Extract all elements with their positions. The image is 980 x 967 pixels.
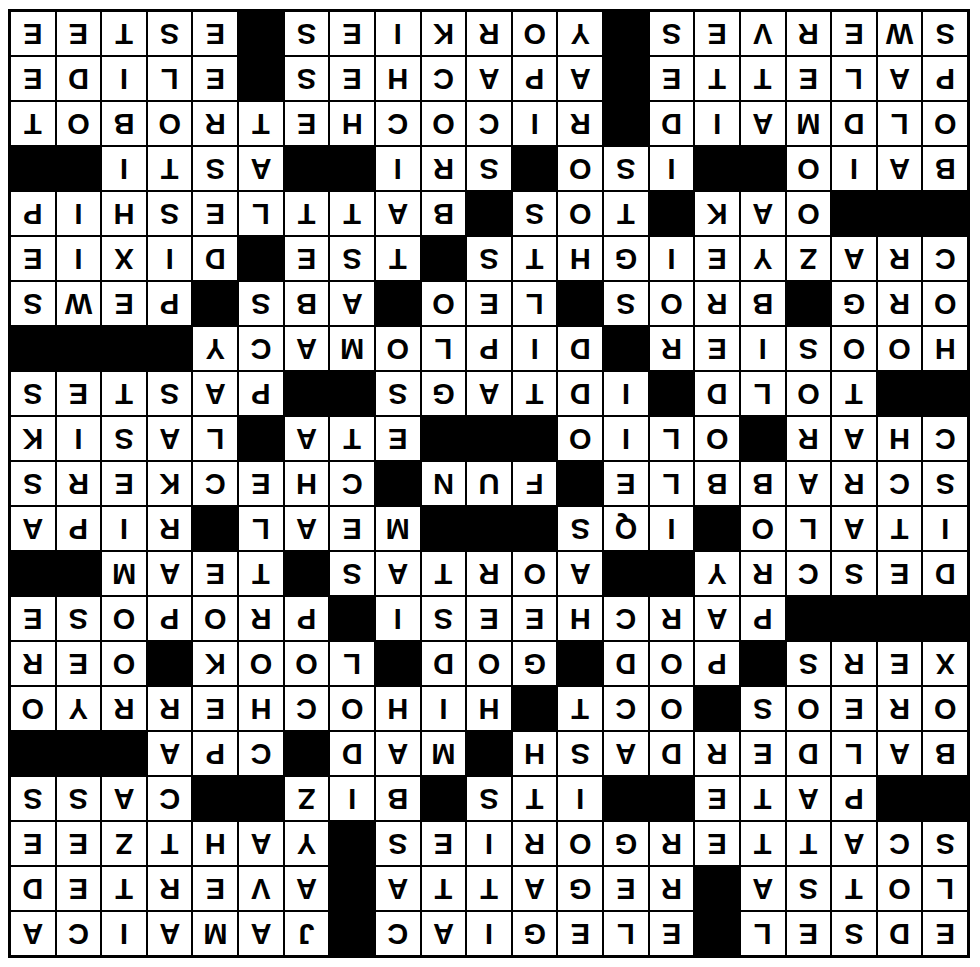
letter-cell: S [786,641,832,686]
letter-cell: E [603,461,649,506]
black-square [284,371,330,416]
black-square [694,866,740,911]
letter-cell: B [101,101,147,146]
letter-cell: S [786,866,832,911]
black-square [284,146,330,191]
black-square [329,596,375,641]
letter-cell: L [649,416,695,461]
letter-cell: R [147,686,193,731]
letter-cell: P [831,776,877,821]
letter-cell: A [192,371,238,416]
letter-cell: A [101,776,147,821]
letter-cell: C [284,686,330,731]
black-square [421,776,467,821]
letter-cell: V [238,866,284,911]
letter-cell: A [877,146,923,191]
letter-cell: Z [101,821,147,866]
letter-cell: R [238,596,284,641]
letter-cell: A [786,461,832,506]
letter-cell: A [740,101,786,146]
black-square [466,191,512,236]
letter-cell: T [466,866,512,911]
letter-cell: L [877,101,923,146]
letter-cell: I [649,236,695,281]
letter-cell: L [831,731,877,776]
letter-cell: A [466,56,512,101]
letter-cell: S [147,191,193,236]
letter-cell: M [786,101,832,146]
letter-cell: Q [603,506,649,551]
letter-cell: T [740,776,786,821]
letter-cell: R [192,101,238,146]
black-square [147,641,193,686]
letter-cell: S [922,461,968,506]
letter-cell: O [56,101,102,146]
letter-cell: A [512,866,558,911]
letter-cell: E [192,686,238,731]
letter-cell: C [877,821,923,866]
letter-cell: O [922,686,968,731]
letter-cell: W [56,281,102,326]
letter-cell: S [922,11,968,56]
letter-cell: Y [694,551,740,596]
letter-cell: O [877,326,923,371]
black-square [101,731,147,776]
letter-cell: S [329,551,375,596]
letter-cell: T [512,371,558,416]
letter-cell: O [922,281,968,326]
letter-cell: G [603,821,649,866]
letter-cell: O [512,551,558,596]
black-square [557,461,603,506]
letter-cell: O [375,326,421,371]
letter-cell: O [238,641,284,686]
letter-cell: G [603,236,649,281]
black-square [10,326,56,371]
letter-cell: A [375,191,421,236]
letter-cell: O [512,11,558,56]
black-square [421,416,467,461]
letter-cell: R [786,416,832,461]
letter-cell: S [922,821,968,866]
letter-cell: E [56,641,102,686]
letter-cell: R [101,686,147,731]
letter-cell: O [192,596,238,641]
letter-cell: E [694,11,740,56]
letter-cell: F [512,461,558,506]
black-square [877,776,923,821]
black-square [922,371,968,416]
letter-cell: R [466,551,512,596]
letter-cell: E [10,821,56,866]
letter-cell: I [101,146,147,191]
letter-cell: M [421,731,467,776]
black-square [10,551,56,596]
letter-cell: O [786,371,832,416]
letter-cell: O [786,191,832,236]
letter-cell: H [512,731,558,776]
letter-cell: E [329,11,375,56]
letter-cell: Z [786,236,832,281]
letter-cell: E [694,821,740,866]
black-square [192,281,238,326]
letter-cell: X [922,641,968,686]
letter-cell: D [421,641,467,686]
letter-cell: M [375,506,421,551]
letter-cell: R [147,506,193,551]
black-square [329,821,375,866]
black-square [694,686,740,731]
letter-cell: S [147,11,193,56]
letter-cell: S [466,236,512,281]
letter-cell: T [329,416,375,461]
letter-cell: S [238,281,284,326]
letter-cell: R [512,821,558,866]
letter-cell: I [512,326,558,371]
black-square [831,596,877,641]
letter-cell: A [147,551,193,596]
letter-cell: T [786,821,832,866]
black-square [192,776,238,821]
letter-cell: M [192,911,238,956]
letter-cell: A [147,731,193,776]
letter-cell: R [649,326,695,371]
letter-cell: E [192,551,238,596]
letter-cell: E [557,911,603,956]
letter-cell: S [557,731,603,776]
letter-cell: P [10,191,56,236]
letter-cell: A [284,506,330,551]
letter-cell: E [466,596,512,641]
letter-cell: L [192,416,238,461]
black-square [238,56,284,101]
letter-cell: A [238,821,284,866]
letter-cell: R [557,101,603,146]
letter-cell: O [101,596,147,641]
letter-cell: A [786,776,832,821]
letter-cell: P [694,641,740,686]
letter-cell: C [421,56,467,101]
letter-cell: D [557,371,603,416]
letter-cell: A [238,911,284,956]
letter-cell: P [284,596,330,641]
letter-cell: S [375,371,421,416]
letter-cell: R [740,551,786,596]
letter-cell: A [831,416,877,461]
letter-cell: X [101,236,147,281]
letter-cell: O [649,686,695,731]
letter-cell: C [922,416,968,461]
letter-cell: P [466,326,512,371]
letter-cell: A [284,416,330,461]
black-square [421,506,467,551]
letter-cell: B [740,281,786,326]
letter-cell: E [466,281,512,326]
letter-cell: E [284,101,330,146]
letter-cell: L [329,641,375,686]
letter-cell: S [10,281,56,326]
letter-cell: C [603,596,649,641]
black-square [922,596,968,641]
black-square [649,191,695,236]
letter-cell: H [329,101,375,146]
letter-cell: B [375,776,421,821]
letter-cell: E [740,731,786,776]
letter-cell: R [831,461,877,506]
letter-cell: L [786,506,832,551]
letter-cell: E [329,56,375,101]
letter-cell: E [284,236,330,281]
letter-cell: D [603,641,649,686]
black-square [603,101,649,146]
letter-cell: L [238,191,284,236]
letter-cell: R [421,146,467,191]
letter-cell: E [877,551,923,596]
letter-cell: B [694,461,740,506]
letter-cell: O [922,101,968,146]
letter-cell: E [56,11,102,56]
black-square [603,776,649,821]
letter-cell: N [421,461,467,506]
letter-cell: R [649,596,695,641]
letter-cell: I [922,506,968,551]
black-square [649,551,695,596]
letter-cell: B [922,731,968,776]
letter-cell: S [603,146,649,191]
letter-cell: I [603,416,649,461]
letter-cell: M [101,551,147,596]
letter-cell: A [603,731,649,776]
letter-cell: T [557,686,603,731]
letter-cell: R [649,821,695,866]
letter-cell: B [284,281,330,326]
letter-cell: O [557,416,603,461]
letter-cell: S [512,191,558,236]
letter-cell: S [10,371,56,416]
letter-cell: L [740,371,786,416]
letter-cell: I [101,911,147,956]
letter-cell: L [740,911,786,956]
letter-cell: C [192,461,238,506]
letter-cell: A [557,551,603,596]
black-square [101,326,147,371]
letter-cell: O [421,101,467,146]
letter-cell: E [192,191,238,236]
letter-cell: E [786,56,832,101]
letter-cell: B [421,191,467,236]
black-square [786,596,832,641]
letter-cell: H [557,596,603,641]
letter-cell: D [329,731,375,776]
letter-cell: H [101,191,147,236]
black-square [238,776,284,821]
letter-cell: E [101,461,147,506]
letter-cell: S [649,11,695,56]
black-square [512,686,558,731]
black-square [649,371,695,416]
black-square [375,461,421,506]
letter-cell: E [56,821,102,866]
letter-cell: O [649,641,695,686]
letter-cell: S [421,596,467,641]
letter-cell: A [375,731,421,776]
letter-cell: Y [740,236,786,281]
letter-cell: I [56,191,102,236]
black-square [694,911,740,956]
letter-cell: I [649,146,695,191]
letter-cell: E [238,461,284,506]
black-square [512,416,558,461]
letter-cell: E [10,11,56,56]
letter-cell: A [421,911,467,956]
letter-cell: C [238,326,284,371]
letter-cell: E [649,56,695,101]
letter-cell: M [329,326,375,371]
letter-cell: T [375,236,421,281]
letter-cell: S [147,371,193,416]
letter-cell: Y [56,686,102,731]
letter-cell: U [466,461,512,506]
letter-cell: A [831,821,877,866]
letter-cell: C [238,731,284,776]
letter-cell: I [375,596,421,641]
black-square [56,731,102,776]
letter-cell: E [192,11,238,56]
letter-cell: D [56,56,102,101]
letter-cell: O [466,641,512,686]
letter-cell: A [831,506,877,551]
letter-cell: C [329,461,375,506]
black-square [238,236,284,281]
black-square [329,911,375,956]
letter-cell: A [284,866,330,911]
letter-cell: I [466,911,512,956]
black-square [466,416,512,461]
letter-cell: V [740,11,786,56]
letter-cell: A [329,281,375,326]
letter-cell: S [284,56,330,101]
black-square [329,866,375,911]
letter-cell: I [375,146,421,191]
letter-cell: A [557,56,603,101]
black-square [786,281,832,326]
letter-cell: D [877,911,923,956]
letter-cell: L [238,506,284,551]
letter-cell: Z [284,776,330,821]
letter-cell: A [831,236,877,281]
letter-cell: I [56,236,102,281]
letter-cell: A [740,191,786,236]
letter-cell: O [694,416,740,461]
letter-cell: E [831,11,877,56]
letter-cell: C [147,776,193,821]
letter-cell: D [649,101,695,146]
letter-cell: T [831,866,877,911]
black-square [238,11,284,56]
letter-cell: E [56,371,102,416]
letter-cell: R [694,731,740,776]
letter-cell: I [649,506,695,551]
letter-cell: E [101,281,147,326]
letter-cell: G [512,911,558,956]
letter-cell: C [786,551,832,596]
letter-cell: G [831,281,877,326]
letter-cell: S [375,821,421,866]
crossword-grid: EDSELELEGIACJAMAICALOTSAREGATTAAVERTEDSC… [8,9,970,958]
letter-cell: D [922,551,968,596]
letter-cell: O [557,191,603,236]
letter-cell: I [101,506,147,551]
black-square [466,731,512,776]
letter-cell: C [603,686,649,731]
letter-cell: E [922,911,968,956]
letter-cell: T [512,776,558,821]
letter-cell: L [649,461,695,506]
letter-cell: H [192,821,238,866]
letter-cell: H [238,686,284,731]
letter-cell: A [147,911,193,956]
letter-cell: I [375,11,421,56]
letter-cell: P [238,371,284,416]
letter-cell: I [740,326,786,371]
black-square [603,56,649,101]
letter-cell: T [740,821,786,866]
letter-cell: A [877,56,923,101]
letter-cell: S [192,146,238,191]
black-square [284,551,330,596]
letter-cell: T [101,371,147,416]
letter-cell: Y [192,326,238,371]
letter-cell: T [421,551,467,596]
letter-cell: K [147,461,193,506]
letter-cell: D [831,101,877,146]
letter-cell: C [922,236,968,281]
black-square [10,731,56,776]
letter-cell: S [603,281,649,326]
letter-cell: A [466,371,512,416]
black-square [603,11,649,56]
letter-cell: I [603,371,649,416]
letter-cell: E [10,236,56,281]
letter-cell: B [922,146,968,191]
black-square [329,146,375,191]
letter-cell: T [603,191,649,236]
letter-cell: E [603,866,649,911]
letter-cell: S [466,776,512,821]
letter-cell: I [101,56,147,101]
letter-cell: A [147,416,193,461]
letter-cell: D [786,731,832,776]
letter-cell: E [694,236,740,281]
letter-cell: A [877,731,923,776]
letter-cell: L [512,281,558,326]
letter-cell: G [421,371,467,416]
letter-cell: D [10,866,56,911]
letter-cell: A [694,596,740,641]
letter-cell: S [831,551,877,596]
letter-cell: E [10,596,56,641]
letter-cell: I [512,101,558,146]
letter-cell: I [147,236,193,281]
letter-cell: O [786,146,832,191]
black-square [375,641,421,686]
letter-cell: H [375,686,421,731]
letter-cell: E [421,821,467,866]
letter-cell: T [877,506,923,551]
letter-cell: R [649,866,695,911]
letter-cell: E [512,596,558,641]
letter-cell: D [557,326,603,371]
